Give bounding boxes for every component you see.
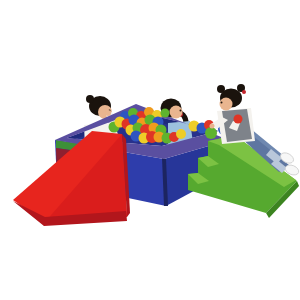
child-right-pigtail-left — [217, 85, 225, 93]
child-left-hand — [105, 110, 111, 116]
play-ball-green — [205, 127, 217, 139]
child-middle-face — [170, 106, 183, 119]
child-right-hand-left — [210, 124, 215, 129]
product-photo-soft-play-ball-pool — [0, 0, 300, 300]
play-ball-yellow — [176, 129, 186, 139]
play-ball-green — [161, 109, 170, 118]
child-middle-eye — [180, 110, 182, 112]
held-ball — [234, 115, 243, 124]
child-right-eye — [221, 102, 223, 104]
child-right-face — [220, 98, 233, 111]
scene-canvas — [0, 0, 300, 300]
play-ball-red — [234, 115, 243, 124]
child-left-hair-bun — [86, 95, 94, 103]
child-right-hair-clip — [242, 90, 246, 94]
